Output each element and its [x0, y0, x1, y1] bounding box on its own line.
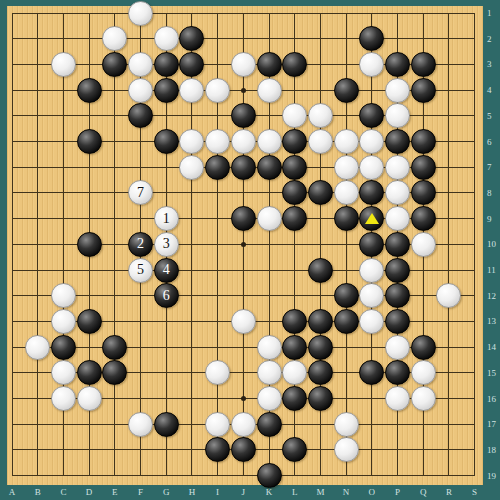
- stone-black[interactable]: [102, 335, 127, 360]
- column-label: A: [9, 487, 16, 497]
- stone-black[interactable]: 4: [154, 258, 179, 283]
- stone-white[interactable]: 3: [154, 232, 179, 257]
- stone-white[interactable]: 1: [154, 206, 179, 231]
- stone-white[interactable]: [25, 335, 50, 360]
- stone-black[interactable]: [231, 103, 256, 128]
- stone-white[interactable]: [231, 52, 256, 77]
- stone-white[interactable]: [359, 258, 384, 283]
- column-label: O: [369, 487, 376, 497]
- stone-white[interactable]: [411, 232, 436, 257]
- column-label: N: [343, 487, 350, 497]
- stone-white[interactable]: [334, 437, 359, 462]
- stone-black[interactable]: 6: [154, 283, 179, 308]
- stone-white[interactable]: [411, 386, 436, 411]
- column-label: G: [163, 487, 170, 497]
- row-label: 15: [487, 368, 496, 378]
- stone-white[interactable]: [179, 78, 204, 103]
- stone-black[interactable]: [308, 335, 333, 360]
- stone-black[interactable]: [334, 206, 359, 231]
- stone-white[interactable]: [257, 386, 282, 411]
- row-label: 8: [487, 188, 492, 198]
- stone-white[interactable]: [231, 129, 256, 154]
- move-number: 6: [155, 284, 178, 307]
- stone-black[interactable]: [411, 155, 436, 180]
- stone-white[interactable]: [77, 386, 102, 411]
- stone-white[interactable]: [334, 129, 359, 154]
- stone-black[interactable]: [411, 180, 436, 205]
- column-label: H: [189, 487, 196, 497]
- stone-black[interactable]: [308, 386, 333, 411]
- stone-black[interactable]: [411, 52, 436, 77]
- move-number: 2: [129, 233, 152, 256]
- star-point: [241, 242, 246, 247]
- row-label: 18: [487, 445, 496, 455]
- stone-white[interactable]: [385, 155, 410, 180]
- stone-black[interactable]: [385, 309, 410, 334]
- stone-black[interactable]: [411, 78, 436, 103]
- stone-white[interactable]: 5: [128, 258, 153, 283]
- stone-black[interactable]: [411, 206, 436, 231]
- row-label: 1: [487, 8, 492, 18]
- stone-black[interactable]: [411, 129, 436, 154]
- stone-black[interactable]: [77, 78, 102, 103]
- stone-black[interactable]: [308, 309, 333, 334]
- stone-black[interactable]: [385, 129, 410, 154]
- stone-white[interactable]: [334, 155, 359, 180]
- stone-white[interactable]: [359, 155, 384, 180]
- stone-white[interactable]: [385, 386, 410, 411]
- stone-black[interactable]: [385, 232, 410, 257]
- row-label: 3: [487, 59, 492, 69]
- column-label: P: [395, 487, 400, 497]
- stone-black[interactable]: [154, 52, 179, 77]
- stone-black[interactable]: [77, 360, 102, 385]
- go-app-window: 7123546ABCDEFGHIJKLMNOPQRS12345678910111…: [0, 0, 500, 500]
- stone-black[interactable]: [385, 52, 410, 77]
- stone-black[interactable]: [154, 78, 179, 103]
- move-number: 3: [155, 233, 178, 256]
- stone-white[interactable]: [205, 129, 230, 154]
- stone-white[interactable]: [231, 309, 256, 334]
- stone-white[interactable]: [257, 335, 282, 360]
- row-label: 14: [487, 342, 496, 352]
- stone-white[interactable]: [51, 283, 76, 308]
- stone-white[interactable]: [128, 412, 153, 437]
- stone-white[interactable]: [257, 78, 282, 103]
- triangle-marker-icon: [365, 213, 379, 224]
- move-number: 7: [129, 181, 152, 204]
- row-label: 10: [487, 239, 496, 249]
- stone-black[interactable]: [257, 52, 282, 77]
- stone-black[interactable]: 2: [128, 232, 153, 257]
- stone-white[interactable]: [257, 360, 282, 385]
- column-label: S: [472, 487, 477, 497]
- stone-white[interactable]: 7: [128, 180, 153, 205]
- row-label: 19: [487, 471, 496, 481]
- stone-white[interactable]: [154, 26, 179, 51]
- row-label: 17: [487, 419, 496, 429]
- column-label: J: [242, 487, 246, 497]
- star-point: [241, 88, 246, 93]
- stone-black[interactable]: [334, 283, 359, 308]
- stone-black[interactable]: [257, 412, 282, 437]
- column-label: I: [216, 487, 219, 497]
- stone-black[interactable]: [385, 258, 410, 283]
- column-label: L: [292, 487, 298, 497]
- stone-black[interactable]: [359, 232, 384, 257]
- stone-white[interactable]: [231, 412, 256, 437]
- stone-black[interactable]: [77, 129, 102, 154]
- stone-white[interactable]: [385, 206, 410, 231]
- row-label: 12: [487, 291, 496, 301]
- column-label: K: [266, 487, 273, 497]
- stone-black[interactable]: [411, 335, 436, 360]
- stone-black[interactable]: [308, 258, 333, 283]
- move-number: 4: [155, 259, 178, 282]
- stone-black[interactable]: [205, 155, 230, 180]
- row-label: 5: [487, 111, 492, 121]
- row-label: 7: [487, 162, 492, 172]
- stone-black[interactable]: [334, 309, 359, 334]
- stone-black[interactable]: [282, 335, 307, 360]
- stone-black[interactable]: [51, 335, 76, 360]
- stone-black[interactable]: [282, 52, 307, 77]
- grid-line-vertical: [474, 13, 475, 477]
- stone-black[interactable]: [231, 155, 256, 180]
- row-label: 2: [487, 34, 492, 44]
- stone-white[interactable]: [308, 129, 333, 154]
- stone-black[interactable]: [257, 463, 282, 488]
- row-label: 9: [487, 214, 492, 224]
- column-label: M: [316, 487, 324, 497]
- stone-white[interactable]: [411, 360, 436, 385]
- stone-white[interactable]: [51, 386, 76, 411]
- stone-black[interactable]: [154, 129, 179, 154]
- column-label: C: [60, 487, 66, 497]
- stone-white[interactable]: [334, 412, 359, 437]
- grid-line-vertical: [448, 13, 449, 477]
- row-label: 4: [487, 85, 492, 95]
- stone-black[interactable]: [282, 309, 307, 334]
- grid-line-horizontal: [12, 475, 476, 476]
- stone-white[interactable]: [257, 129, 282, 154]
- stone-black[interactable]: [257, 155, 282, 180]
- stone-white[interactable]: [128, 1, 153, 26]
- column-label: B: [35, 487, 41, 497]
- stone-white[interactable]: [205, 412, 230, 437]
- row-label: 16: [487, 394, 496, 404]
- stone-white[interactable]: [128, 78, 153, 103]
- column-label: E: [112, 487, 118, 497]
- column-label: D: [86, 487, 93, 497]
- row-label: 11: [487, 265, 496, 275]
- column-label: F: [138, 487, 143, 497]
- stone-white[interactable]: [51, 52, 76, 77]
- move-number: 1: [155, 207, 178, 230]
- row-label: 13: [487, 316, 496, 326]
- stone-white[interactable]: [179, 155, 204, 180]
- stone-black[interactable]: [282, 155, 307, 180]
- stone-white[interactable]: [385, 335, 410, 360]
- row-label: 6: [487, 137, 492, 147]
- column-label: Q: [420, 487, 427, 497]
- stone-white[interactable]: [334, 180, 359, 205]
- stone-white[interactable]: [205, 78, 230, 103]
- stone-white[interactable]: [128, 52, 153, 77]
- star-point: [241, 396, 246, 401]
- column-label: R: [446, 487, 452, 497]
- stone-white[interactable]: [51, 309, 76, 334]
- stone-black[interactable]: [77, 232, 102, 257]
- stone-black[interactable]: [231, 206, 256, 231]
- move-number: 5: [129, 259, 152, 282]
- stone-black[interactable]: [77, 309, 102, 334]
- stone-black[interactable]: [334, 78, 359, 103]
- stone-white[interactable]: [257, 206, 282, 231]
- stone-white[interactable]: [385, 78, 410, 103]
- stone-black[interactable]: [154, 412, 179, 437]
